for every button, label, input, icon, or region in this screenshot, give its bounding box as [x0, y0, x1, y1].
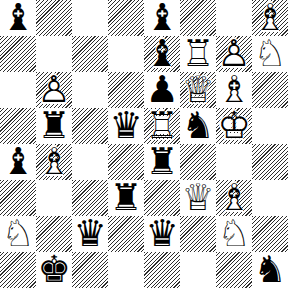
black-queen[interactable]: ♛♛ [108, 108, 144, 144]
square-e2[interactable]: ♛♛ [144, 216, 180, 252]
square-g4[interactable] [216, 144, 252, 180]
white-king[interactable]: ♚♔ [216, 108, 252, 144]
piece-backfill: ♜ [33, 105, 74, 146]
black-knight-icon: ♞ [180, 108, 216, 144]
square-h5[interactable] [252, 108, 288, 144]
square-c7[interactable] [72, 36, 108, 72]
white-bishop-icon: ♗ [216, 180, 252, 216]
piece-backfill: ♝ [0, 0, 39, 39]
white-queen[interactable]: ♛♕ [180, 180, 216, 216]
black-king[interactable]: ♚♚ [36, 252, 72, 288]
white-rook[interactable]: ♜♖ [144, 108, 180, 144]
square-b5[interactable]: ♜♜ [36, 108, 72, 144]
black-bishop[interactable]: ♝♝ [144, 36, 180, 72]
black-king-icon: ♚ [36, 252, 72, 288]
square-h6[interactable] [252, 72, 288, 108]
white-queen-icon: ♕ [180, 180, 216, 216]
square-h1[interactable]: ♞♞ [252, 252, 288, 288]
white-queen-icon: ♕ [180, 72, 216, 108]
square-b2[interactable] [36, 216, 72, 252]
white-rook[interactable]: ♜♖ [180, 36, 216, 72]
piece-backfill: ♞ [177, 105, 218, 146]
black-bishop[interactable]: ♝♝ [144, 0, 180, 36]
square-c6[interactable] [72, 72, 108, 108]
white-pawn[interactable]: ♟♙ [36, 72, 72, 108]
piece-backfill: ♚ [33, 249, 74, 288]
black-rook[interactable]: ♜♜ [36, 108, 72, 144]
square-c5[interactable] [72, 108, 108, 144]
piece-backfill: ♛ [141, 213, 182, 254]
square-c1[interactable] [72, 252, 108, 288]
square-c4[interactable] [72, 144, 108, 180]
piece-backfill: ♞ [0, 213, 39, 254]
piece-backfill: ♝ [33, 141, 74, 182]
white-bishop-icon: ♗ [216, 72, 252, 108]
black-knight[interactable]: ♞♞ [180, 108, 216, 144]
square-d6[interactable] [108, 72, 144, 108]
piece-backfill: ♛ [177, 69, 218, 110]
piece-backfill: ♟ [213, 33, 254, 74]
square-h8[interactable]: ♝♗ [252, 0, 288, 36]
square-b4[interactable]: ♝♗ [36, 144, 72, 180]
square-f8[interactable] [180, 0, 216, 36]
square-g6[interactable]: ♝♗ [216, 72, 252, 108]
square-f2[interactable] [180, 216, 216, 252]
square-g5[interactable]: ♚♔ [216, 108, 252, 144]
square-e7[interactable]: ♝♝ [144, 36, 180, 72]
square-d1[interactable] [108, 252, 144, 288]
black-queen-icon: ♛ [72, 216, 108, 252]
square-e5[interactable]: ♜♖ [144, 108, 180, 144]
square-h3[interactable] [252, 180, 288, 216]
piece-backfill: ♝ [213, 69, 254, 110]
white-bishop[interactable]: ♝♗ [216, 72, 252, 108]
piece-backfill: ♚ [213, 105, 254, 146]
piece-backfill: ♛ [69, 213, 110, 254]
white-bishop-icon: ♗ [36, 144, 72, 180]
piece-backfill: ♝ [141, 0, 182, 39]
square-c8[interactable] [72, 0, 108, 36]
square-a5[interactable] [0, 108, 36, 144]
square-a7[interactable] [0, 36, 36, 72]
square-e3[interactable] [144, 180, 180, 216]
square-h7[interactable]: ♞♘ [252, 36, 288, 72]
piece-backfill: ♜ [141, 141, 182, 182]
square-g2[interactable]: ♞♘ [216, 216, 252, 252]
piece-backfill: ♞ [249, 249, 288, 288]
square-b1[interactable]: ♚♚ [36, 252, 72, 288]
square-b8[interactable] [36, 0, 72, 36]
square-b6[interactable]: ♟♙ [36, 72, 72, 108]
black-rook-icon: ♜ [108, 180, 144, 216]
square-f7[interactable]: ♜♖ [180, 36, 216, 72]
piece-backfill: ♝ [0, 141, 39, 182]
black-bishop[interactable]: ♝♝ [0, 144, 36, 180]
square-b3[interactable] [36, 180, 72, 216]
white-knight-icon: ♘ [0, 216, 36, 252]
black-rook[interactable]: ♜♜ [144, 144, 180, 180]
square-e8[interactable]: ♝♝ [144, 0, 180, 36]
white-bishop[interactable]: ♝♗ [36, 144, 72, 180]
square-c2[interactable]: ♛♛ [72, 216, 108, 252]
black-bishop-icon: ♝ [0, 144, 36, 180]
black-queen-icon: ♛ [108, 108, 144, 144]
piece-backfill: ♝ [141, 33, 182, 74]
square-a3[interactable] [0, 180, 36, 216]
piece-backfill: ♞ [249, 33, 288, 74]
square-f3[interactable]: ♛♕ [180, 180, 216, 216]
black-pawn[interactable]: ♟♟ [144, 72, 180, 108]
white-rook-icon: ♖ [144, 108, 180, 144]
square-d4[interactable] [108, 144, 144, 180]
black-queen[interactable]: ♛♛ [72, 216, 108, 252]
square-a6[interactable] [0, 72, 36, 108]
white-rook-icon: ♖ [180, 36, 216, 72]
black-bishop-icon: ♝ [144, 36, 180, 72]
square-g1[interactable] [216, 252, 252, 288]
piece-backfill: ♜ [141, 105, 182, 146]
square-g8[interactable] [216, 0, 252, 36]
square-d8[interactable] [108, 0, 144, 36]
white-knight-icon: ♘ [252, 36, 288, 72]
piece-backfill: ♟ [33, 69, 74, 110]
square-f6[interactable]: ♛♕ [180, 72, 216, 108]
black-rook[interactable]: ♜♜ [108, 180, 144, 216]
white-pawn-icon: ♙ [216, 36, 252, 72]
black-rook-icon: ♜ [36, 108, 72, 144]
black-rook-icon: ♜ [144, 144, 180, 180]
white-queen[interactable]: ♛♕ [180, 72, 216, 108]
piece-backfill: ♜ [177, 33, 218, 74]
square-g7[interactable]: ♟♙ [216, 36, 252, 72]
piece-backfill: ♛ [177, 177, 218, 218]
white-knight[interactable]: ♞♘ [252, 36, 288, 72]
chessboard: ♝♝♝♝♝♗♝♝♜♖♟♙♞♘♟♙♟♟♛♕♝♗♜♜♛♛♜♖♞♞♚♔♝♝♝♗♜♜♜♜… [0, 0, 288, 288]
black-bishop-icon: ♝ [0, 0, 36, 36]
white-pawn[interactable]: ♟♙ [216, 36, 252, 72]
white-bishop-icon: ♗ [252, 0, 288, 36]
black-queen[interactable]: ♛♛ [144, 216, 180, 252]
piece-backfill: ♞ [213, 213, 254, 254]
black-pawn-icon: ♟ [144, 72, 180, 108]
square-a8[interactable]: ♝♝ [0, 0, 36, 36]
white-bishop[interactable]: ♝♗ [216, 180, 252, 216]
square-f4[interactable] [180, 144, 216, 180]
square-c3[interactable] [72, 180, 108, 216]
black-knight-icon: ♞ [252, 252, 288, 288]
white-bishop[interactable]: ♝♗ [252, 0, 288, 36]
piece-backfill: ♝ [249, 0, 288, 39]
square-a1[interactable] [0, 252, 36, 288]
square-b7[interactable] [36, 36, 72, 72]
square-d5[interactable]: ♛♛ [108, 108, 144, 144]
white-knight[interactable]: ♞♘ [0, 216, 36, 252]
white-king-icon: ♔ [216, 108, 252, 144]
square-a2[interactable]: ♞♘ [0, 216, 36, 252]
square-f1[interactable] [180, 252, 216, 288]
square-g3[interactable]: ♝♗ [216, 180, 252, 216]
square-d2[interactable] [108, 216, 144, 252]
square-e6[interactable]: ♟♟ [144, 72, 180, 108]
piece-backfill: ♟ [141, 69, 182, 110]
square-e1[interactable] [144, 252, 180, 288]
square-h4[interactable] [252, 144, 288, 180]
square-d3[interactable]: ♜♜ [108, 180, 144, 216]
piece-backfill: ♜ [105, 177, 146, 218]
white-pawn-icon: ♙ [36, 72, 72, 108]
square-h2[interactable] [252, 216, 288, 252]
piece-backfill: ♛ [105, 105, 146, 146]
square-f5[interactable]: ♞♞ [180, 108, 216, 144]
square-d7[interactable] [108, 36, 144, 72]
black-bishop[interactable]: ♝♝ [0, 0, 36, 36]
piece-backfill: ♝ [213, 177, 254, 218]
black-knight[interactable]: ♞♞ [252, 252, 288, 288]
black-queen-icon: ♛ [144, 216, 180, 252]
square-e4[interactable]: ♜♜ [144, 144, 180, 180]
black-bishop-icon: ♝ [144, 0, 180, 36]
white-knight-icon: ♘ [216, 216, 252, 252]
white-knight[interactable]: ♞♘ [216, 216, 252, 252]
square-a4[interactable]: ♝♝ [0, 144, 36, 180]
